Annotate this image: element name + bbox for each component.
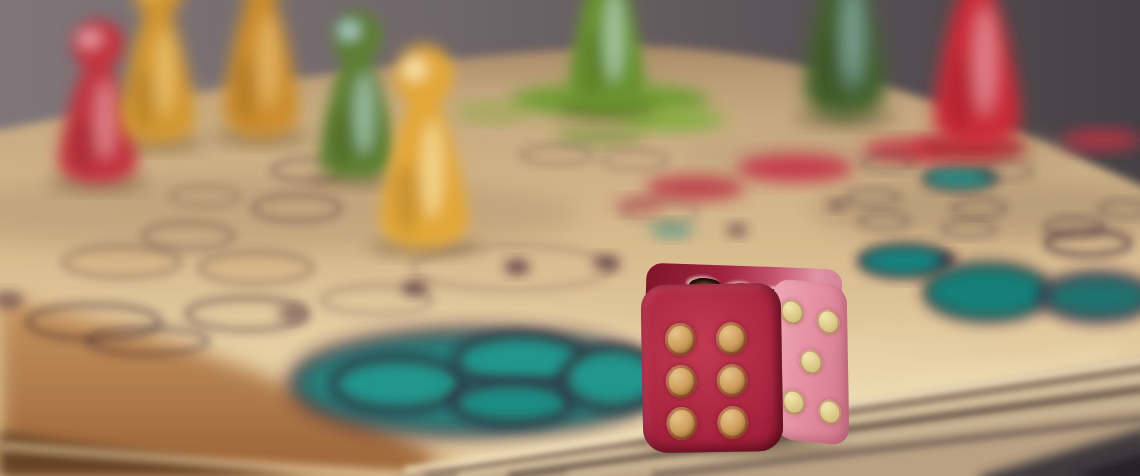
track-space [200, 253, 312, 283]
pawn-green-dark-right [804, 0, 885, 118]
die-right-face [773, 278, 850, 446]
track-space-mark [593, 255, 621, 271]
board-illustration [0, 0, 1140, 476]
die-pip [716, 364, 748, 398]
teal-track-3 [926, 265, 1050, 319]
die-pip [799, 348, 822, 375]
track-space-mark [402, 280, 428, 296]
die-pip [715, 322, 747, 356]
track-space-mark [726, 223, 748, 237]
teal-home-circle-1 [335, 359, 461, 409]
track-space [64, 247, 180, 277]
teal-track-4 [1044, 275, 1140, 319]
track-space-mark [827, 199, 847, 211]
teal-home-circle-3 [454, 383, 570, 423]
green-smudge [454, 102, 530, 122]
green-base-smudge [554, 127, 646, 145]
red-path-2 [645, 175, 745, 201]
die-pip [665, 323, 697, 357]
die-pip [666, 407, 698, 441]
die-front-face [641, 283, 784, 453]
teal-track-2 [860, 246, 950, 276]
ludo-board-photo [0, 0, 1140, 476]
die-pip [816, 308, 839, 335]
die-pip [782, 388, 805, 415]
track-space-mark [937, 252, 957, 264]
die-pip [781, 298, 804, 325]
red-path-6 [1062, 129, 1140, 151]
track-space-mark [504, 259, 530, 275]
die-pip [717, 406, 749, 440]
die [632, 258, 848, 456]
red-path-3 [737, 154, 853, 182]
teal-small [650, 222, 694, 238]
teal-track-1 [924, 167, 996, 189]
die-pip [818, 398, 841, 425]
die-pip [666, 365, 698, 399]
track-space-mark [278, 306, 306, 322]
